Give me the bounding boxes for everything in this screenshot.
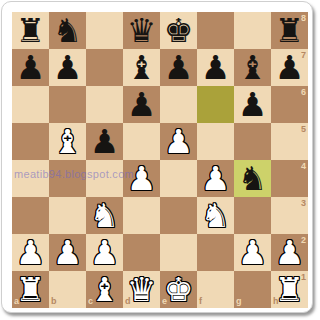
- square-c1[interactable]: ♝c: [86, 271, 123, 308]
- square-c8[interactable]: [86, 12, 123, 49]
- piece-black-bishop: ♝: [238, 49, 268, 86]
- piece-white-bishop: ♝: [53, 123, 83, 160]
- square-f7[interactable]: ♟: [197, 49, 234, 86]
- rank-label-6: 6: [301, 88, 306, 97]
- rank-label-8: 8: [301, 14, 306, 23]
- square-g2[interactable]: ♟: [234, 234, 271, 271]
- square-e3[interactable]: [160, 197, 197, 234]
- piece-white-knight: ♞: [90, 197, 120, 234]
- piece-black-pawn: ♟: [275, 49, 305, 86]
- square-f1[interactable]: f: [197, 271, 234, 308]
- square-c2[interactable]: ♟: [86, 234, 123, 271]
- square-g5[interactable]: [234, 123, 271, 160]
- piece-white-pawn: ♟: [275, 234, 305, 271]
- square-f2[interactable]: [197, 234, 234, 271]
- image-frame: ♜♞♛♚♜8♟♟♝♟♟♝♟7♟♟6♝♟♟5♟♟♞4♞♞3♟♟♟♟♟2♜ab♝c♛…: [1, 1, 313, 313]
- square-h6[interactable]: 6: [271, 86, 308, 123]
- square-b7[interactable]: ♟: [49, 49, 86, 86]
- piece-white-knight: ♞: [201, 197, 231, 234]
- rank-label-2: 2: [301, 236, 306, 245]
- square-c7[interactable]: [86, 49, 123, 86]
- piece-black-pawn: ♟: [53, 49, 83, 86]
- square-a3[interactable]: [12, 197, 49, 234]
- piece-white-pawn: ♟: [16, 234, 46, 271]
- square-f5[interactable]: [197, 123, 234, 160]
- square-b4[interactable]: [49, 160, 86, 197]
- file-label-g: g: [236, 297, 242, 306]
- piece-white-rook: ♜: [275, 271, 305, 308]
- file-label-a: a: [14, 297, 19, 306]
- square-c6[interactable]: [86, 86, 123, 123]
- piece-white-pawn: ♟: [164, 123, 194, 160]
- square-c3[interactable]: ♞: [86, 197, 123, 234]
- square-f3[interactable]: ♞: [197, 197, 234, 234]
- square-d4[interactable]: ♟: [123, 160, 160, 197]
- square-g6[interactable]: ♟: [234, 86, 271, 123]
- square-g4[interactable]: ♞: [234, 160, 271, 197]
- piece-black-rook: ♜: [275, 12, 305, 49]
- square-g3[interactable]: [234, 197, 271, 234]
- square-f8[interactable]: [197, 12, 234, 49]
- rank-label-1: 1: [301, 273, 306, 282]
- square-d8[interactable]: ♛: [123, 12, 160, 49]
- square-h4[interactable]: 4: [271, 160, 308, 197]
- rank-label-7: 7: [301, 51, 306, 60]
- square-d7[interactable]: ♝: [123, 49, 160, 86]
- square-h5[interactable]: 5: [271, 123, 308, 160]
- square-b6[interactable]: [49, 86, 86, 123]
- square-a1[interactable]: ♜a: [12, 271, 49, 308]
- square-b8[interactable]: ♞: [49, 12, 86, 49]
- file-label-f: f: [199, 297, 202, 306]
- piece-black-pawn: ♟: [238, 86, 268, 123]
- square-f6[interactable]: [197, 86, 234, 123]
- square-c5[interactable]: ♟: [86, 123, 123, 160]
- square-e7[interactable]: ♟: [160, 49, 197, 86]
- piece-white-bishop: ♝: [90, 271, 120, 308]
- piece-white-pawn: ♟: [238, 234, 268, 271]
- file-label-b: b: [51, 297, 57, 306]
- square-b2[interactable]: ♟: [49, 234, 86, 271]
- file-label-h: h: [273, 297, 279, 306]
- piece-white-pawn: ♟: [201, 160, 231, 197]
- piece-black-knight: ♞: [53, 12, 83, 49]
- file-label-c: c: [88, 297, 93, 306]
- square-b5[interactable]: ♝: [49, 123, 86, 160]
- square-g8[interactable]: [234, 12, 271, 49]
- square-b3[interactable]: [49, 197, 86, 234]
- square-e4[interactable]: [160, 160, 197, 197]
- rank-label-3: 3: [301, 199, 306, 208]
- piece-black-pawn: ♟: [127, 86, 157, 123]
- file-label-d: d: [125, 297, 131, 306]
- square-e5[interactable]: ♟: [160, 123, 197, 160]
- square-h3[interactable]: 3: [271, 197, 308, 234]
- square-e2[interactable]: [160, 234, 197, 271]
- square-a5[interactable]: [12, 123, 49, 160]
- square-e8[interactable]: ♚: [160, 12, 197, 49]
- square-d6[interactable]: ♟: [123, 86, 160, 123]
- piece-black-pawn: ♟: [164, 49, 194, 86]
- piece-white-pawn: ♟: [127, 160, 157, 197]
- square-d5[interactable]: [123, 123, 160, 160]
- piece-black-queen: ♛: [127, 12, 157, 49]
- piece-white-pawn: ♟: [53, 234, 83, 271]
- chess-board: ♜♞♛♚♜8♟♟♝♟♟♝♟7♟♟6♝♟♟5♟♟♞4♞♞3♟♟♟♟♟2♜ab♝c♛…: [12, 12, 308, 308]
- square-a6[interactable]: [12, 86, 49, 123]
- square-a2[interactable]: ♟: [12, 234, 49, 271]
- piece-black-pawn: ♟: [16, 49, 46, 86]
- square-h8[interactable]: ♜8: [271, 12, 308, 49]
- square-h1[interactable]: ♜h1: [271, 271, 308, 308]
- piece-black-king: ♚: [164, 12, 194, 49]
- piece-black-bishop: ♝: [127, 49, 157, 86]
- square-d2[interactable]: [123, 234, 160, 271]
- piece-white-pawn: ♟: [90, 234, 120, 271]
- rank-label-4: 4: [301, 162, 306, 171]
- piece-black-knight: ♞: [238, 160, 268, 197]
- square-g7[interactable]: ♝: [234, 49, 271, 86]
- square-h2[interactable]: ♟2: [271, 234, 308, 271]
- square-f4[interactable]: ♟: [197, 160, 234, 197]
- piece-white-king: ♚: [164, 271, 194, 308]
- square-e6[interactable]: [160, 86, 197, 123]
- square-e1[interactable]: ♚e: [160, 271, 197, 308]
- piece-white-queen: ♛: [127, 271, 157, 308]
- square-d1[interactable]: ♛d: [123, 271, 160, 308]
- square-c4[interactable]: [86, 160, 123, 197]
- piece-black-rook: ♜: [16, 12, 46, 49]
- square-a8[interactable]: ♜: [12, 12, 49, 49]
- square-d3[interactable]: [123, 197, 160, 234]
- piece-black-pawn: ♟: [201, 49, 231, 86]
- rank-label-5: 5: [301, 125, 306, 134]
- square-b1[interactable]: b: [49, 271, 86, 308]
- file-label-e: e: [162, 297, 167, 306]
- piece-white-rook: ♜: [16, 271, 46, 308]
- square-a7[interactable]: ♟: [12, 49, 49, 86]
- square-a4[interactable]: [12, 160, 49, 197]
- square-h7[interactable]: ♟7: [271, 49, 308, 86]
- piece-black-pawn: ♟: [90, 123, 120, 160]
- square-g1[interactable]: g: [234, 271, 271, 308]
